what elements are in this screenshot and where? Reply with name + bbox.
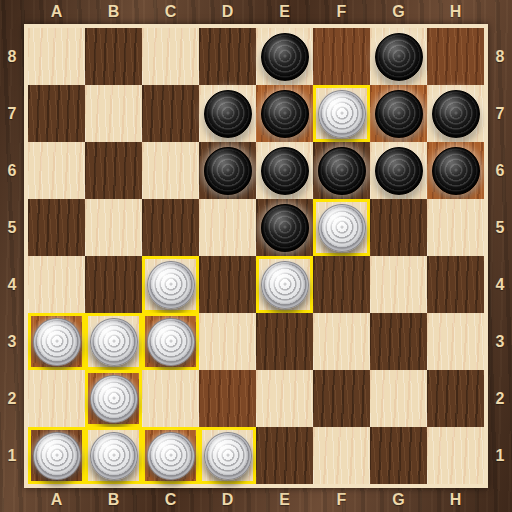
square-H1[interactable] (427, 427, 484, 484)
square-D8[interactable] (199, 28, 256, 85)
rank-label-5-left: 5 (0, 199, 24, 256)
black-piece-E5[interactable] (261, 204, 309, 252)
square-C5[interactable] (142, 199, 199, 256)
square-B3[interactable] (85, 313, 142, 370)
rank-label-3-right: 3 (488, 313, 512, 370)
file-labels-top: ABCDEFGH (28, 0, 484, 24)
file-label-A-bottom: A (28, 488, 85, 512)
file-label-D-top: D (199, 0, 256, 24)
white-piece-E4[interactable] (261, 261, 309, 309)
square-C4[interactable] (142, 256, 199, 313)
file-label-E-bottom: E (256, 488, 313, 512)
white-piece-F5[interactable] (318, 204, 366, 252)
file-label-D-bottom: D (199, 488, 256, 512)
file-label-C-bottom: C (142, 488, 199, 512)
square-E3[interactable] (256, 313, 313, 370)
square-A5[interactable] (28, 199, 85, 256)
file-label-F-bottom: F (313, 488, 370, 512)
square-E4[interactable] (256, 256, 313, 313)
white-piece-A1[interactable] (33, 432, 81, 480)
white-piece-C1[interactable] (147, 432, 195, 480)
file-label-H-bottom: H (427, 488, 484, 512)
square-B1[interactable] (85, 427, 142, 484)
board (28, 28, 484, 484)
white-piece-B2[interactable] (90, 375, 138, 423)
file-label-G-bottom: G (370, 488, 427, 512)
square-B5[interactable] (85, 199, 142, 256)
square-D5[interactable] (199, 199, 256, 256)
square-D1[interactable] (199, 427, 256, 484)
square-B4[interactable] (85, 256, 142, 313)
black-piece-H7[interactable] (432, 90, 480, 138)
square-A7[interactable] (28, 85, 85, 142)
square-C1[interactable] (142, 427, 199, 484)
square-G1[interactable] (370, 427, 427, 484)
square-A6[interactable] (28, 142, 85, 199)
white-piece-F7[interactable] (318, 90, 366, 138)
square-E5[interactable] (256, 199, 313, 256)
rank-label-8-left: 8 (0, 28, 24, 85)
square-C8[interactable] (142, 28, 199, 85)
rank-labels-left: 87654321 (0, 28, 24, 484)
square-A4[interactable] (28, 256, 85, 313)
black-piece-H6[interactable] (432, 147, 480, 195)
black-piece-F6[interactable] (318, 147, 366, 195)
white-piece-B1[interactable] (90, 432, 138, 480)
square-B7[interactable] (85, 85, 142, 142)
square-F2[interactable] (313, 370, 370, 427)
checkers-board-screen: ABCDEFGH ABCDEFGH 87654321 87654321 (0, 0, 512, 512)
square-G8[interactable] (370, 28, 427, 85)
square-D2[interactable] (199, 370, 256, 427)
square-E8[interactable] (256, 28, 313, 85)
rank-label-5-right: 5 (488, 199, 512, 256)
rank-label-4-right: 4 (488, 256, 512, 313)
black-piece-E7[interactable] (261, 90, 309, 138)
square-H5[interactable] (427, 199, 484, 256)
rank-label-8-right: 8 (488, 28, 512, 85)
square-D7[interactable] (199, 85, 256, 142)
square-F4[interactable] (313, 256, 370, 313)
rank-label-6-right: 6 (488, 142, 512, 199)
square-F7[interactable] (313, 85, 370, 142)
square-A1[interactable] (28, 427, 85, 484)
square-A8[interactable] (28, 28, 85, 85)
black-piece-G6[interactable] (375, 147, 423, 195)
square-G2[interactable] (370, 370, 427, 427)
white-piece-C3[interactable] (147, 318, 195, 366)
file-label-B-top: B (85, 0, 142, 24)
black-piece-D6[interactable] (204, 147, 252, 195)
square-D3[interactable] (199, 313, 256, 370)
square-H6[interactable] (427, 142, 484, 199)
black-piece-G7[interactable] (375, 90, 423, 138)
square-G6[interactable] (370, 142, 427, 199)
square-E2[interactable] (256, 370, 313, 427)
square-F5[interactable] (313, 199, 370, 256)
rank-label-2-right: 2 (488, 370, 512, 427)
black-piece-E6[interactable] (261, 147, 309, 195)
square-A3[interactable] (28, 313, 85, 370)
black-piece-D7[interactable] (204, 90, 252, 138)
square-B6[interactable] (85, 142, 142, 199)
rank-label-6-left: 6 (0, 142, 24, 199)
square-F6[interactable] (313, 142, 370, 199)
square-H4[interactable] (427, 256, 484, 313)
white-piece-C4[interactable] (147, 261, 195, 309)
square-D4[interactable] (199, 256, 256, 313)
rank-label-4-left: 4 (0, 256, 24, 313)
file-label-E-top: E (256, 0, 313, 24)
file-label-F-top: F (313, 0, 370, 24)
square-F3[interactable] (313, 313, 370, 370)
square-F1[interactable] (313, 427, 370, 484)
square-B8[interactable] (85, 28, 142, 85)
square-H3[interactable] (427, 313, 484, 370)
rank-labels-right: 87654321 (488, 28, 512, 484)
square-E7[interactable] (256, 85, 313, 142)
square-E6[interactable] (256, 142, 313, 199)
square-H7[interactable] (427, 85, 484, 142)
square-G3[interactable] (370, 313, 427, 370)
rank-label-1-right: 1 (488, 427, 512, 484)
square-C2[interactable] (142, 370, 199, 427)
file-label-B-bottom: B (85, 488, 142, 512)
board-border (24, 24, 488, 488)
square-G5[interactable] (370, 199, 427, 256)
square-F8[interactable] (313, 28, 370, 85)
black-piece-E8[interactable] (261, 33, 309, 81)
rank-label-3-left: 3 (0, 313, 24, 370)
black-piece-G8[interactable] (375, 33, 423, 81)
square-H2[interactable] (427, 370, 484, 427)
square-E1[interactable] (256, 427, 313, 484)
white-piece-A3[interactable] (33, 318, 81, 366)
square-G7[interactable] (370, 85, 427, 142)
file-labels-bottom: ABCDEFGH (28, 488, 484, 512)
square-H8[interactable] (427, 28, 484, 85)
rank-label-7-left: 7 (0, 85, 24, 142)
file-label-A-top: A (28, 0, 85, 24)
square-C7[interactable] (142, 85, 199, 142)
file-label-C-top: C (142, 0, 199, 24)
square-C6[interactable] (142, 142, 199, 199)
rank-label-1-left: 1 (0, 427, 24, 484)
square-B2[interactable] (85, 370, 142, 427)
file-label-G-top: G (370, 0, 427, 24)
square-C3[interactable] (142, 313, 199, 370)
square-D6[interactable] (199, 142, 256, 199)
white-piece-D1[interactable] (204, 432, 252, 480)
white-piece-B3[interactable] (90, 318, 138, 366)
square-A2[interactable] (28, 370, 85, 427)
square-G4[interactable] (370, 256, 427, 313)
rank-label-7-right: 7 (488, 85, 512, 142)
rank-label-2-left: 2 (0, 370, 24, 427)
file-label-H-top: H (427, 0, 484, 24)
